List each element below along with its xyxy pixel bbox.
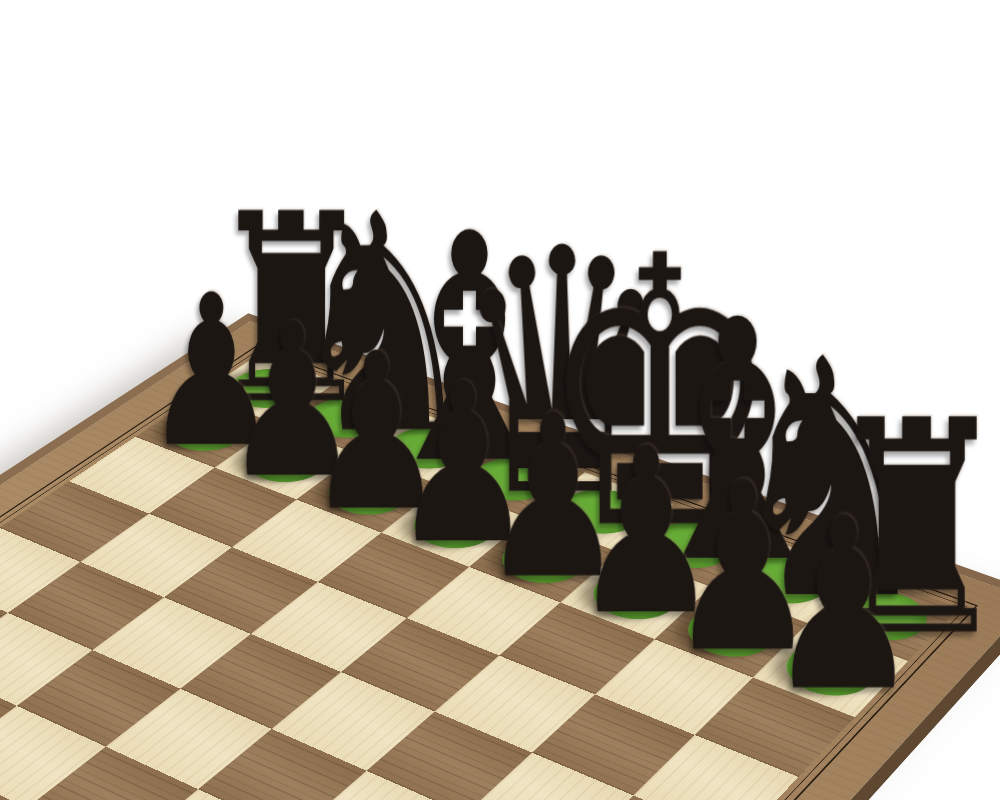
black-pawn-h7[interactable]: ♟ <box>767 505 850 707</box>
black-pawn-b7[interactable]: ♟ <box>224 311 298 492</box>
black-pawn-f7[interactable]: ♟ <box>572 435 652 629</box>
black-pawn-c7[interactable]: ♟ <box>306 341 382 525</box>
black-pawn-e7[interactable]: ♟ <box>480 403 558 594</box>
photo-scene: ♜♞♝♛♚♝♞♜♟♟♟♟♟♟♟♟ <box>0 0 1000 800</box>
black-pawn-g7[interactable]: ♟ <box>668 469 749 667</box>
chess-board: ♜♞♝♛♚♝♞♜♟♟♟♟♟♟♟♟ <box>0 321 1000 800</box>
black-pawn-a7[interactable]: ♟ <box>144 283 217 461</box>
black-pawn-d7[interactable]: ♟ <box>392 371 469 558</box>
